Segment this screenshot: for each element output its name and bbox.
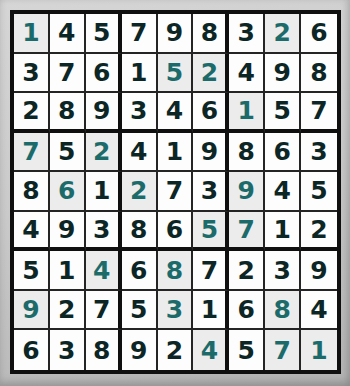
- cell-r2c7[interactable]: 4: [229, 54, 265, 94]
- cell-r5c5[interactable]: 7: [158, 172, 194, 212]
- cell-r5c9[interactable]: 5: [301, 172, 337, 212]
- cell-r2c1[interactable]: 3: [14, 54, 50, 94]
- cell-r8c7[interactable]: 6: [229, 291, 265, 331]
- cell-r1c7[interactable]: 3: [229, 14, 265, 54]
- cell-r6c4[interactable]: 8: [122, 212, 158, 252]
- cell-r1c5[interactable]: 9: [158, 14, 194, 54]
- cell-r8c5: 3: [158, 291, 194, 331]
- cell-r9c4[interactable]: 9: [122, 330, 158, 370]
- cell-r3c8[interactable]: 5: [265, 93, 301, 133]
- cell-r6c5[interactable]: 6: [158, 212, 194, 252]
- cell-r2c5: 5: [158, 54, 194, 94]
- cell-r6c8[interactable]: 1: [265, 212, 301, 252]
- cell-r4c9[interactable]: 3: [301, 133, 337, 173]
- cell-r7c8[interactable]: 3: [265, 251, 301, 291]
- cell-r9c5[interactable]: 2: [158, 330, 194, 370]
- cell-r2c9[interactable]: 8: [301, 54, 337, 94]
- cell-r9c6: 4: [193, 330, 229, 370]
- cell-r1c3[interactable]: 5: [86, 14, 122, 54]
- cell-r8c6[interactable]: 1: [193, 291, 229, 331]
- cell-r3c7: 1: [229, 93, 265, 133]
- cell-r6c7: 7: [229, 212, 265, 252]
- cell-r7c9[interactable]: 9: [301, 251, 337, 291]
- cell-r8c1: 9: [14, 291, 50, 331]
- cell-r6c3[interactable]: 3: [86, 212, 122, 252]
- cell-r1c6[interactable]: 8: [193, 14, 229, 54]
- cell-r8c3[interactable]: 7: [86, 291, 122, 331]
- cell-r4c7[interactable]: 8: [229, 133, 265, 173]
- cell-r9c7[interactable]: 5: [229, 330, 265, 370]
- cell-r9c3[interactable]: 8: [86, 330, 122, 370]
- cell-r8c9[interactable]: 4: [301, 291, 337, 331]
- cell-r3c2[interactable]: 8: [50, 93, 86, 133]
- cell-r8c8: 8: [265, 291, 301, 331]
- cell-r5c1[interactable]: 8: [14, 172, 50, 212]
- cell-r3c5[interactable]: 4: [158, 93, 194, 133]
- cell-r2c3[interactable]: 6: [86, 54, 122, 94]
- cell-r8c4[interactable]: 5: [122, 291, 158, 331]
- cell-r6c6: 5: [193, 212, 229, 252]
- cell-r5c3[interactable]: 1: [86, 172, 122, 212]
- cell-r9c9: 1: [301, 330, 337, 370]
- cell-r7c6[interactable]: 7: [193, 251, 229, 291]
- cell-r1c9[interactable]: 6: [301, 14, 337, 54]
- cell-r4c3: 2: [86, 133, 122, 173]
- cell-r2c6: 2: [193, 54, 229, 94]
- cell-r7c1[interactable]: 5: [14, 251, 50, 291]
- cell-r7c7[interactable]: 2: [229, 251, 265, 291]
- cell-r9c1[interactable]: 6: [14, 330, 50, 370]
- cell-r2c8[interactable]: 9: [265, 54, 301, 94]
- cell-r4c5[interactable]: 1: [158, 133, 194, 173]
- cell-r7c4[interactable]: 6: [122, 251, 158, 291]
- cell-r8c2[interactable]: 2: [50, 291, 86, 331]
- cell-r1c4[interactable]: 7: [122, 14, 158, 54]
- cell-r7c3: 4: [86, 251, 122, 291]
- cell-r9c8: 7: [265, 330, 301, 370]
- sudoku-board: 1457983263761524982893461577524198638612…: [10, 10, 341, 374]
- cell-r1c2[interactable]: 4: [50, 14, 86, 54]
- cell-r5c7: 9: [229, 172, 265, 212]
- cell-r7c5: 8: [158, 251, 194, 291]
- cell-r3c6[interactable]: 6: [193, 93, 229, 133]
- cell-r3c1[interactable]: 2: [14, 93, 50, 133]
- cell-r5c4: 2: [122, 172, 158, 212]
- cell-r3c3[interactable]: 9: [86, 93, 122, 133]
- cell-r2c2[interactable]: 7: [50, 54, 86, 94]
- cell-r9c2[interactable]: 3: [50, 330, 86, 370]
- cell-r5c2: 6: [50, 172, 86, 212]
- cell-r1c8: 2: [265, 14, 301, 54]
- cell-r4c2[interactable]: 5: [50, 133, 86, 173]
- cell-r7c2[interactable]: 1: [50, 251, 86, 291]
- cell-r5c6[interactable]: 3: [193, 172, 229, 212]
- cell-r2c4[interactable]: 1: [122, 54, 158, 94]
- cell-r4c4[interactable]: 4: [122, 133, 158, 173]
- cell-r6c2[interactable]: 9: [50, 212, 86, 252]
- sudoku-screen: 1457983263761524982893461577524198638612…: [0, 0, 350, 386]
- cell-r6c1[interactable]: 4: [14, 212, 50, 252]
- cell-r3c9[interactable]: 7: [301, 93, 337, 133]
- cell-r4c6[interactable]: 9: [193, 133, 229, 173]
- cell-r1c1: 1: [14, 14, 50, 54]
- cell-r3c4[interactable]: 3: [122, 93, 158, 133]
- cell-r5c8[interactable]: 4: [265, 172, 301, 212]
- cell-r4c8[interactable]: 6: [265, 133, 301, 173]
- cell-r6c9[interactable]: 2: [301, 212, 337, 252]
- cell-r4c1: 7: [14, 133, 50, 173]
